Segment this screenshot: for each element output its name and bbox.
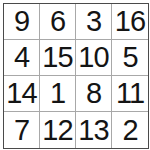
magic-square-board-wrap: 9 6 3 16 4 15 10 5 14 1 8 11 7 12 13 2 bbox=[3, 3, 149, 149]
cell-r2c4: 5 bbox=[112, 40, 148, 76]
cell-r3c4: 11 bbox=[112, 76, 148, 112]
cell-r3c2: 1 bbox=[40, 76, 76, 112]
cell-r2c1: 4 bbox=[4, 40, 40, 76]
cell-r1c2: 6 bbox=[40, 4, 76, 40]
cell-r1c4: 16 bbox=[112, 4, 148, 40]
cell-r3c1: 14 bbox=[4, 76, 40, 112]
cell-r3c3: 8 bbox=[76, 76, 112, 112]
cell-r4c2: 12 bbox=[40, 112, 76, 148]
cell-r1c3: 3 bbox=[76, 4, 112, 40]
cell-r4c3: 13 bbox=[76, 112, 112, 148]
magic-square-board: 9 6 3 16 4 15 10 5 14 1 8 11 7 12 13 2 bbox=[3, 3, 149, 149]
cell-r2c3: 10 bbox=[76, 40, 112, 76]
cell-r4c1: 7 bbox=[4, 112, 40, 148]
cell-r2c2: 15 bbox=[40, 40, 76, 76]
cell-r4c4: 2 bbox=[112, 112, 148, 148]
cell-r1c1: 9 bbox=[4, 4, 40, 40]
